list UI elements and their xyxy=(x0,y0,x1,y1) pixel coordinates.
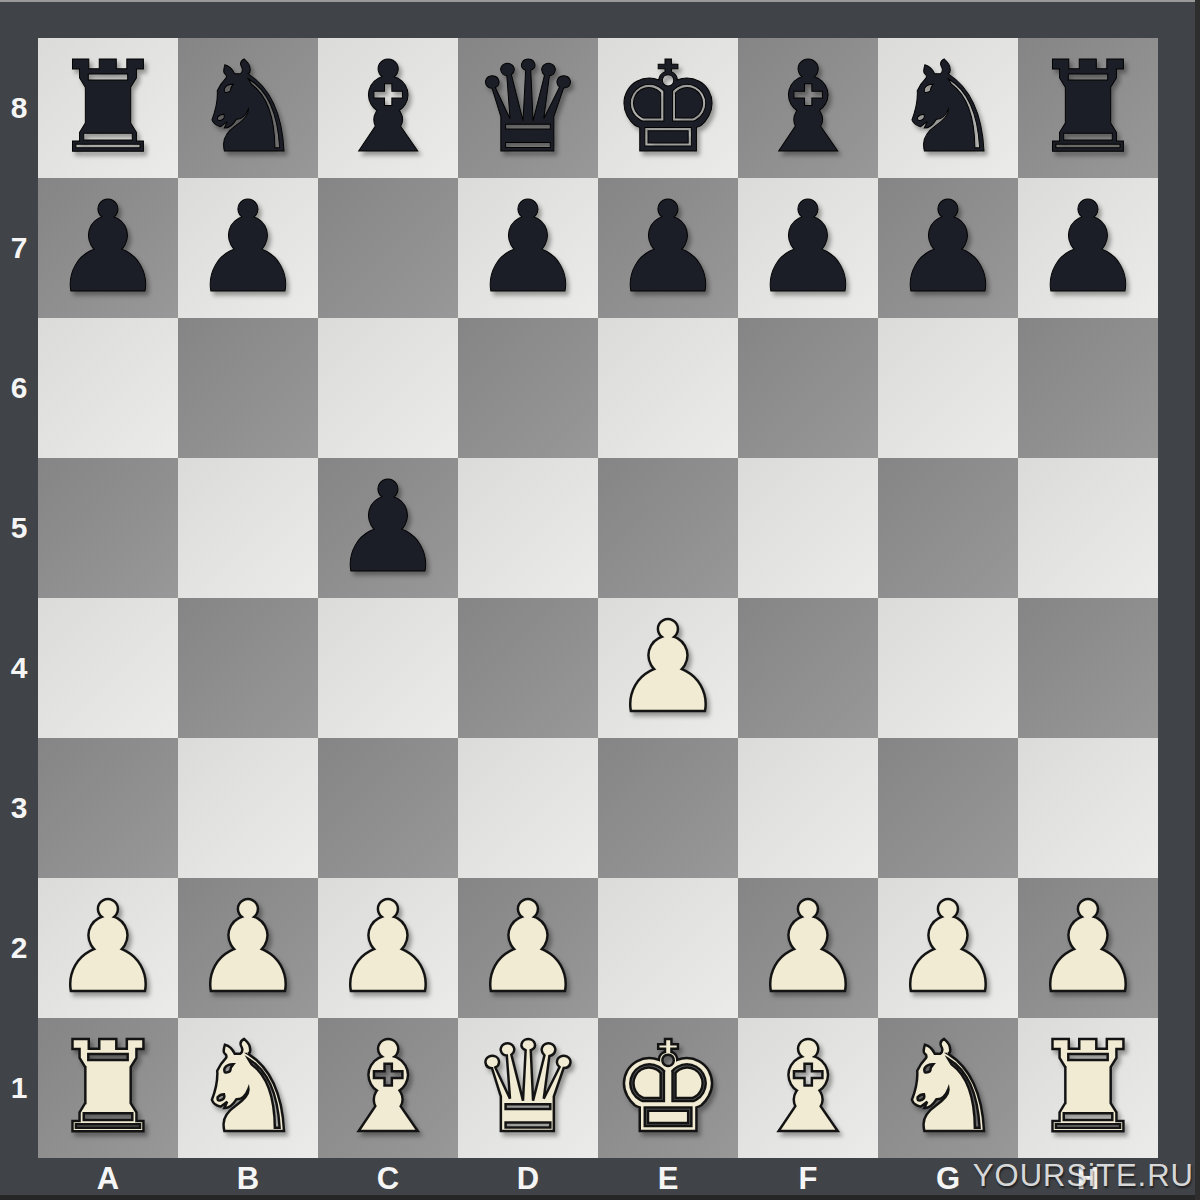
piece-white-knight-g1: ♞ xyxy=(892,1025,1005,1151)
piece-white-rook-a1: ♜ xyxy=(52,1025,165,1151)
square-e8: ♚ xyxy=(598,38,738,178)
square-h4 xyxy=(1018,598,1158,738)
rank-label-7: 7 xyxy=(0,178,38,318)
square-c7 xyxy=(318,178,458,318)
rank-label-1: 1 xyxy=(0,1018,38,1158)
piece-black-pawn-f7: ♟ xyxy=(752,185,865,311)
chessboard-diagram: ♜♞♝♛♚♝♞♜♟♟♟♟♟♟♟♟♟♟♟♟♟♟♟♟♜♞♝♛♚♝♞♜ 8765432… xyxy=(0,0,1200,1200)
square-g7: ♟ xyxy=(878,178,1018,318)
square-c2: ♟ xyxy=(318,878,458,1018)
square-g2: ♟ xyxy=(878,878,1018,1018)
square-e5 xyxy=(598,458,738,598)
square-a6 xyxy=(38,318,178,458)
square-c1: ♝ xyxy=(318,1018,458,1158)
rank-label-6: 6 xyxy=(0,318,38,458)
square-b3 xyxy=(178,738,318,878)
piece-white-bishop-f1: ♝ xyxy=(752,1025,865,1151)
square-a7: ♟ xyxy=(38,178,178,318)
square-g6 xyxy=(878,318,1018,458)
square-f8: ♝ xyxy=(738,38,878,178)
square-e2 xyxy=(598,878,738,1018)
square-h5 xyxy=(1018,458,1158,598)
rank-labels: 87654321 xyxy=(0,38,38,1158)
square-f2: ♟ xyxy=(738,878,878,1018)
square-f4 xyxy=(738,598,878,738)
piece-white-pawn-g2: ♟ xyxy=(892,885,1005,1011)
piece-black-knight-g8: ♞ xyxy=(892,45,1005,171)
square-c4 xyxy=(318,598,458,738)
square-h6 xyxy=(1018,318,1158,458)
square-a5 xyxy=(38,458,178,598)
square-b5 xyxy=(178,458,318,598)
square-g3 xyxy=(878,738,1018,878)
rank-label-4: 4 xyxy=(0,598,38,738)
rank-label-8: 8 xyxy=(0,38,38,178)
square-e4: ♟ xyxy=(598,598,738,738)
file-label-f: F xyxy=(738,1160,878,1198)
square-f6 xyxy=(738,318,878,458)
file-label-b: B xyxy=(178,1160,318,1198)
piece-black-pawn-h7: ♟ xyxy=(1032,185,1145,311)
piece-white-king-e1: ♚ xyxy=(612,1025,725,1151)
square-g4 xyxy=(878,598,1018,738)
square-h7: ♟ xyxy=(1018,178,1158,318)
square-a4 xyxy=(38,598,178,738)
piece-black-pawn-e7: ♟ xyxy=(612,185,725,311)
square-b7: ♟ xyxy=(178,178,318,318)
square-f3 xyxy=(738,738,878,878)
piece-black-pawn-c5: ♟ xyxy=(332,465,445,591)
square-f7: ♟ xyxy=(738,178,878,318)
piece-white-pawn-f2: ♟ xyxy=(752,885,865,1011)
piece-black-queen-d8: ♛ xyxy=(472,45,585,171)
square-h8: ♜ xyxy=(1018,38,1158,178)
piece-black-pawn-a7: ♟ xyxy=(52,185,165,311)
square-d4 xyxy=(458,598,598,738)
square-c5: ♟ xyxy=(318,458,458,598)
square-a3 xyxy=(38,738,178,878)
piece-white-pawn-h2: ♟ xyxy=(1032,885,1145,1011)
square-c3 xyxy=(318,738,458,878)
rank-label-5: 5 xyxy=(0,458,38,598)
file-label-e: E xyxy=(598,1160,738,1198)
square-a2: ♟ xyxy=(38,878,178,1018)
square-d7: ♟ xyxy=(458,178,598,318)
square-b6 xyxy=(178,318,318,458)
watermark: YOURSiTE.RU xyxy=(973,1158,1194,1194)
square-g5 xyxy=(878,458,1018,598)
square-d5 xyxy=(458,458,598,598)
piece-white-knight-b1: ♞ xyxy=(192,1025,305,1151)
piece-white-pawn-c2: ♟ xyxy=(332,885,445,1011)
square-h3 xyxy=(1018,738,1158,878)
square-a8: ♜ xyxy=(38,38,178,178)
board-bottom-edge-shadow xyxy=(0,1195,1200,1200)
rank-label-2: 2 xyxy=(0,878,38,1018)
square-d3 xyxy=(458,738,598,878)
file-label-a: A xyxy=(38,1160,178,1198)
square-b4 xyxy=(178,598,318,738)
square-c6 xyxy=(318,318,458,458)
piece-black-rook-h8: ♜ xyxy=(1032,45,1145,171)
file-label-d: D xyxy=(458,1160,598,1198)
piece-white-pawn-e4: ♟ xyxy=(612,605,725,731)
square-e6 xyxy=(598,318,738,458)
board-right-edge-shadow xyxy=(1195,0,1200,1200)
piece-white-pawn-b2: ♟ xyxy=(192,885,305,1011)
square-g1: ♞ xyxy=(878,1018,1018,1158)
piece-black-pawn-g7: ♟ xyxy=(892,185,1005,311)
square-e3 xyxy=(598,738,738,878)
piece-black-knight-b8: ♞ xyxy=(192,45,305,171)
square-b8: ♞ xyxy=(178,38,318,178)
piece-black-king-e8: ♚ xyxy=(612,45,725,171)
square-b2: ♟ xyxy=(178,878,318,1018)
square-e1: ♚ xyxy=(598,1018,738,1158)
piece-black-bishop-f8: ♝ xyxy=(752,45,865,171)
piece-white-pawn-d2: ♟ xyxy=(472,885,585,1011)
square-d8: ♛ xyxy=(458,38,598,178)
square-b1: ♞ xyxy=(178,1018,318,1158)
piece-white-queen-d1: ♛ xyxy=(472,1025,585,1151)
square-e7: ♟ xyxy=(598,178,738,318)
square-g8: ♞ xyxy=(878,38,1018,178)
piece-black-pawn-d7: ♟ xyxy=(472,185,585,311)
piece-white-bishop-c1: ♝ xyxy=(332,1025,445,1151)
piece-white-rook-h1: ♜ xyxy=(1032,1025,1145,1151)
square-c8: ♝ xyxy=(318,38,458,178)
square-d1: ♛ xyxy=(458,1018,598,1158)
rank-label-3: 3 xyxy=(0,738,38,878)
square-d2: ♟ xyxy=(458,878,598,1018)
board-top-edge-highlight xyxy=(0,0,1200,2)
square-f5 xyxy=(738,458,878,598)
square-a1: ♜ xyxy=(38,1018,178,1158)
piece-black-rook-a8: ♜ xyxy=(52,45,165,171)
piece-white-pawn-a2: ♟ xyxy=(52,885,165,1011)
square-h1: ♜ xyxy=(1018,1018,1158,1158)
board-grid: ♜♞♝♛♚♝♞♜♟♟♟♟♟♟♟♟♟♟♟♟♟♟♟♟♜♞♝♛♚♝♞♜ xyxy=(38,38,1158,1158)
square-f1: ♝ xyxy=(738,1018,878,1158)
square-h2: ♟ xyxy=(1018,878,1158,1018)
piece-black-pawn-b7: ♟ xyxy=(192,185,305,311)
piece-black-bishop-c8: ♝ xyxy=(332,45,445,171)
square-d6 xyxy=(458,318,598,458)
file-label-c: C xyxy=(318,1160,458,1198)
